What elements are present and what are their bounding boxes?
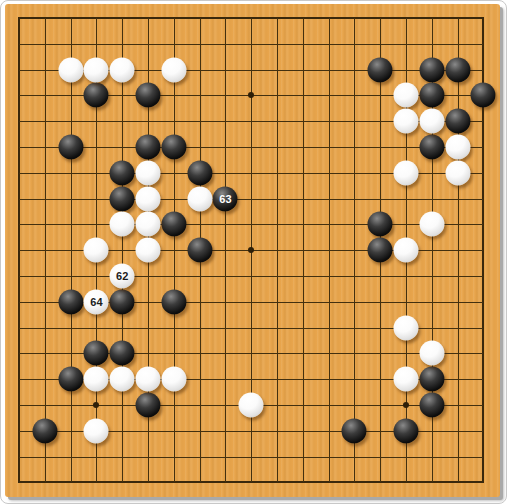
white-stone (84, 367, 109, 392)
black-stone (368, 238, 393, 263)
white-stone (110, 367, 135, 392)
black-stone (187, 160, 212, 185)
black-stone (471, 83, 496, 108)
white-stone: 62 (110, 264, 135, 289)
black-stone (368, 57, 393, 82)
white-stone (394, 160, 419, 185)
grid-line-vertical (329, 18, 330, 482)
white-stone (161, 367, 186, 392)
go-board[interactable]: 636264 (5, 4, 500, 497)
black-stone (110, 341, 135, 366)
white-stone (394, 83, 419, 108)
black-stone (161, 212, 186, 237)
go-board-window: 636264 (0, 0, 507, 504)
black-stone (394, 418, 419, 443)
white-stone (136, 367, 161, 392)
white-stone (136, 238, 161, 263)
move-number-label: 62 (116, 271, 128, 282)
white-stone (394, 238, 419, 263)
white-stone (58, 57, 83, 82)
black-stone (368, 212, 393, 237)
white-stone (445, 135, 470, 160)
black-stone (161, 289, 186, 314)
black-stone (58, 367, 83, 392)
white-stone (445, 160, 470, 185)
black-stone (110, 186, 135, 211)
white-stone (136, 212, 161, 237)
star-point (248, 92, 254, 98)
white-stone (419, 109, 444, 134)
black-stone (110, 160, 135, 185)
black-stone (58, 289, 83, 314)
black-stone (445, 57, 470, 82)
grid-line-vertical (303, 18, 304, 482)
black-stone (419, 393, 444, 418)
black-stone (419, 367, 444, 392)
star-point (403, 402, 409, 408)
star-point (93, 402, 99, 408)
white-stone (110, 57, 135, 82)
black-stone: 63 (213, 186, 238, 211)
black-stone (84, 83, 109, 108)
grid-line-vertical (458, 18, 459, 482)
black-stone (161, 135, 186, 160)
white-stone (394, 315, 419, 340)
black-stone (419, 57, 444, 82)
white-stone (419, 341, 444, 366)
white-stone (394, 367, 419, 392)
white-stone (84, 418, 109, 443)
black-stone (110, 289, 135, 314)
grid-line-vertical (277, 18, 278, 482)
black-stone (58, 135, 83, 160)
black-stone (187, 238, 212, 263)
black-stone (419, 135, 444, 160)
black-stone (32, 418, 57, 443)
black-stone (136, 83, 161, 108)
black-stone (445, 109, 470, 134)
white-stone (187, 186, 212, 211)
move-number-label: 64 (90, 296, 102, 307)
white-stone (84, 57, 109, 82)
white-stone (161, 57, 186, 82)
grid-line-horizontal (19, 457, 483, 458)
grid-line-horizontal (19, 276, 483, 277)
white-stone (84, 238, 109, 263)
white-stone: 64 (84, 289, 109, 314)
black-stone (136, 135, 161, 160)
grid-line-vertical (354, 18, 355, 482)
black-stone (419, 83, 444, 108)
white-stone (394, 109, 419, 134)
white-stone (136, 186, 161, 211)
black-stone (136, 393, 161, 418)
move-number-label: 63 (219, 193, 231, 204)
white-stone (136, 160, 161, 185)
black-stone (342, 418, 367, 443)
white-stone (110, 212, 135, 237)
black-stone (84, 341, 109, 366)
white-stone (419, 212, 444, 237)
white-stone (239, 393, 264, 418)
star-point (248, 247, 254, 253)
